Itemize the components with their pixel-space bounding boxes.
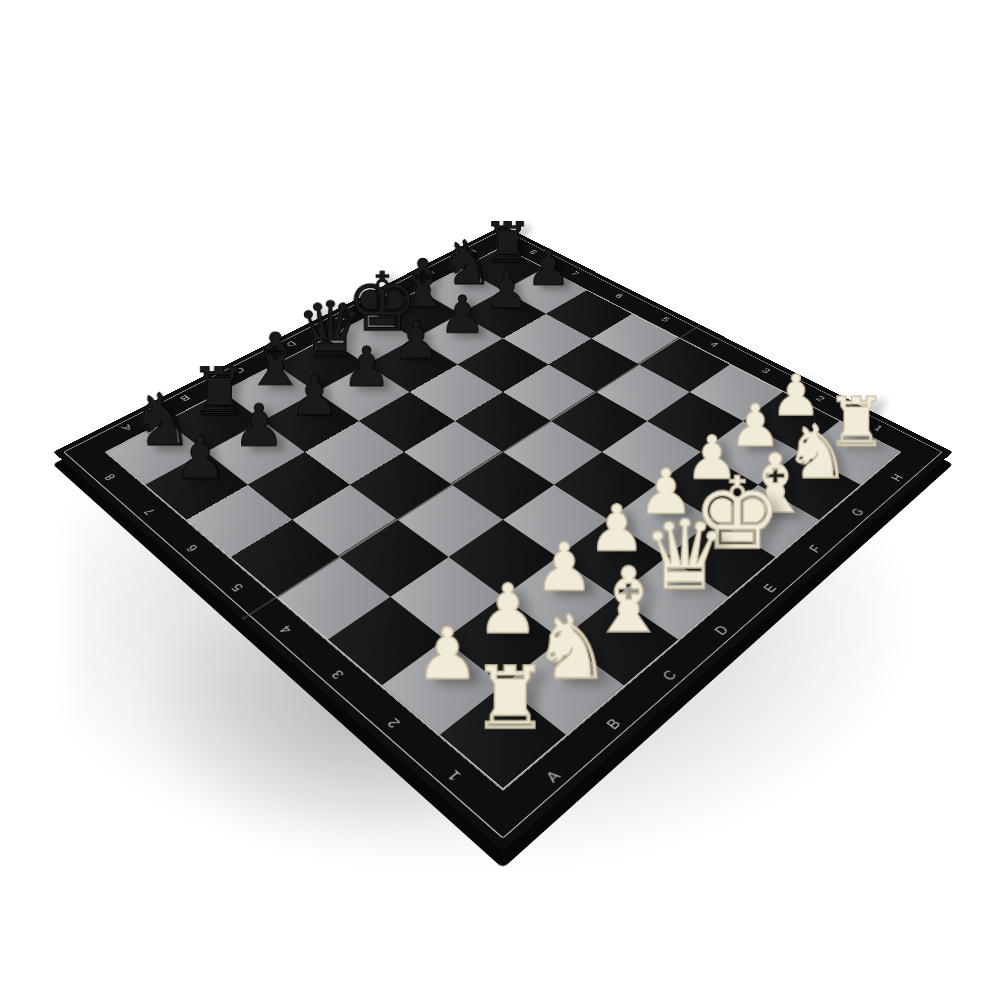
square-h2: ♟ bbox=[743, 392, 839, 452]
square-h1: ♜ bbox=[800, 421, 899, 485]
piece-black-rook-h8: ♜ bbox=[479, 215, 537, 271]
square-a8: ♞ bbox=[107, 421, 206, 485]
